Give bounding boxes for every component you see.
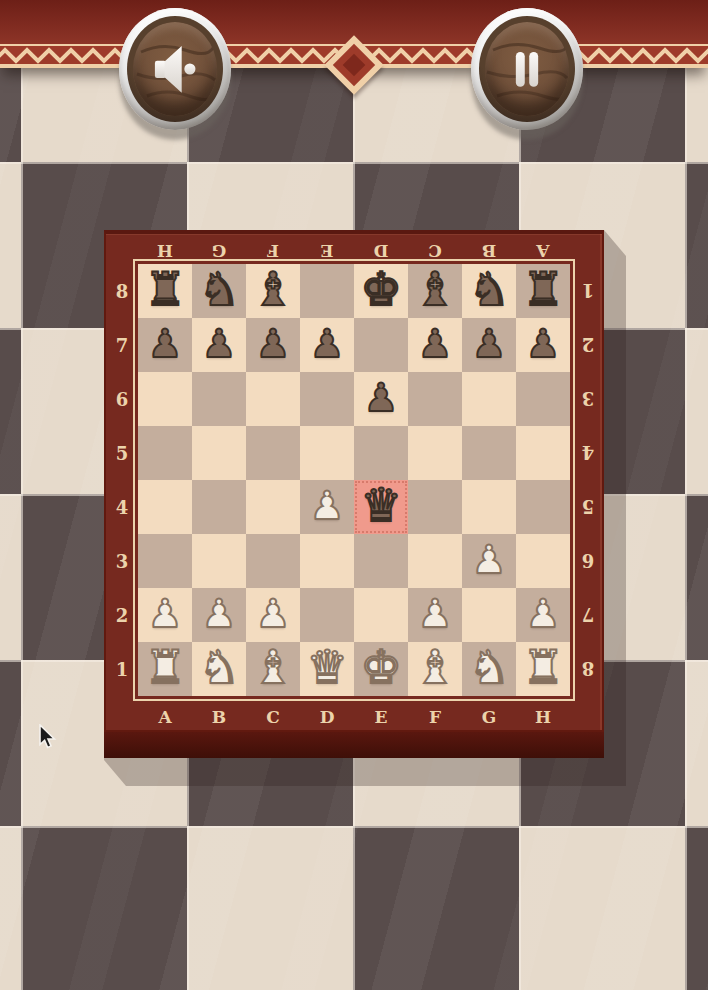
piece-white-pawn[interactable]: ♟ [256,594,291,633]
square-h7[interactable]: ♟ [516,318,570,372]
board-frame: HGFEDCBA 87654321 ♜♞♝♚♝♞♜♟♟♟♟♟♟♟♟♟♛♟♟♟♟♟… [104,230,604,732]
square-g1[interactable]: ♞ [462,642,516,696]
square-d1[interactable]: ♛ [300,642,354,696]
square-b5[interactable] [192,426,246,480]
square-c5[interactable] [246,426,300,480]
board-3d-edge [104,732,604,758]
piece-black-queen[interactable]: ♛ [360,482,401,528]
piece-white-pawn[interactable]: ♟ [526,594,561,633]
square-c4[interactable] [246,480,300,534]
game-screen: (function(){var p="M-6 15";for(var x=-6;… [0,0,708,990]
coord-label-8: 8 [574,642,602,696]
square-h3[interactable] [516,534,570,588]
piece-white-pawn[interactable]: ♟ [202,594,237,633]
coord-label-D: D [300,702,354,732]
rank-labels-right: 12345678 [574,264,602,696]
piece-black-pawn[interactable]: ♟ [148,324,183,363]
square-c3[interactable] [246,534,300,588]
square-g6[interactable] [462,372,516,426]
square-a5[interactable] [138,426,192,480]
piece-black-pawn[interactable]: ♟ [526,324,561,363]
square-a4[interactable] [138,480,192,534]
coord-label-E: E [300,236,354,266]
piece-white-bishop[interactable]: ♝ [414,644,455,690]
square-d8[interactable] [300,264,354,318]
square-a1[interactable]: ♜ [138,642,192,696]
square-d7[interactable]: ♟ [300,318,354,372]
piece-black-knight[interactable]: ♞ [468,266,509,312]
square-f5[interactable] [408,426,462,480]
coord-label-E: E [354,702,408,732]
square-d5[interactable] [300,426,354,480]
square-c1[interactable]: ♝ [246,642,300,696]
square-h8[interactable]: ♜ [516,264,570,318]
coord-label-2: 2 [106,588,138,642]
square-a6[interactable] [138,372,192,426]
piece-white-queen[interactable]: ♛ [306,644,347,690]
square-e5[interactable] [354,426,408,480]
square-g2[interactable] [462,588,516,642]
coord-label-1: 1 [574,264,602,318]
square-b2[interactable]: ♟ [192,588,246,642]
coord-label-3: 3 [106,534,138,588]
coord-label-3: 3 [574,372,602,426]
square-e2[interactable] [354,588,408,642]
sound-button[interactable] [119,8,231,130]
square-a8[interactable]: ♜ [138,264,192,318]
square-g3[interactable]: ♟ [462,534,516,588]
pause-icon [485,22,569,116]
square-c8[interactable]: ♝ [246,264,300,318]
piece-white-rook[interactable]: ♜ [144,644,185,690]
square-e4[interactable]: ♛ [354,480,408,534]
piece-white-knight[interactable]: ♞ [198,644,239,690]
square-h4[interactable] [516,480,570,534]
coord-label-7: 7 [574,588,602,642]
square-c7[interactable]: ♟ [246,318,300,372]
coord-label-C: C [246,702,300,732]
piece-black-pawn[interactable]: ♟ [472,324,507,363]
square-b4[interactable] [192,480,246,534]
square-h6[interactable] [516,372,570,426]
piece-black-knight[interactable]: ♞ [198,266,239,312]
square-h5[interactable] [516,426,570,480]
speaker-icon [133,22,217,116]
square-f2[interactable]: ♟ [408,588,462,642]
piece-white-king[interactable]: ♚ [360,644,401,690]
piece-white-pawn[interactable]: ♟ [418,594,453,633]
square-f8[interactable]: ♝ [408,264,462,318]
piece-white-pawn[interactable]: ♟ [148,594,183,633]
coord-label-G: G [462,702,516,732]
piece-white-knight[interactable]: ♞ [468,644,509,690]
coord-label-2: 2 [574,318,602,372]
square-e6[interactable]: ♟ [354,372,408,426]
coord-label-F: F [408,702,462,732]
piece-white-pawn[interactable]: ♟ [472,540,507,579]
square-b3[interactable] [192,534,246,588]
piece-black-pawn[interactable]: ♟ [256,324,291,363]
coord-label-A: A [138,702,192,732]
mouse-cursor [36,724,58,754]
square-e1[interactable]: ♚ [354,642,408,696]
rank-labels-left: 87654321 [106,264,138,696]
coord-label-B: B [192,702,246,732]
square-a3[interactable] [138,534,192,588]
square-c2[interactable]: ♟ [246,588,300,642]
coord-label-4: 4 [574,426,602,480]
square-a2[interactable]: ♟ [138,588,192,642]
piece-black-pawn[interactable]: ♟ [310,324,345,363]
piece-white-pawn[interactable]: ♟ [310,486,345,525]
square-f3[interactable] [408,534,462,588]
piece-white-rook[interactable]: ♜ [522,644,563,690]
coord-label-4: 4 [106,480,138,534]
piece-black-pawn[interactable]: ♟ [418,324,453,363]
square-d2[interactable] [300,588,354,642]
square-f1[interactable]: ♝ [408,642,462,696]
coord-label-H: H [516,702,570,732]
square-e3[interactable] [354,534,408,588]
square-a7[interactable]: ♟ [138,318,192,372]
piece-black-king[interactable]: ♚ [360,266,401,312]
coord-label-5: 5 [574,480,602,534]
square-d4[interactable]: ♟ [300,480,354,534]
square-f4[interactable] [408,480,462,534]
pause-button[interactable] [471,8,583,130]
square-g8[interactable]: ♞ [462,264,516,318]
square-e7[interactable] [354,318,408,372]
square-f6[interactable] [408,372,462,426]
square-g4[interactable] [462,480,516,534]
square-g7[interactable]: ♟ [462,318,516,372]
square-b8[interactable]: ♞ [192,264,246,318]
square-b6[interactable] [192,372,246,426]
piece-black-pawn[interactable]: ♟ [364,378,399,417]
square-f7[interactable]: ♟ [408,318,462,372]
square-d3[interactable] [300,534,354,588]
square-e8[interactable]: ♚ [354,264,408,318]
piece-black-bishop[interactable]: ♝ [414,266,455,312]
piece-black-rook[interactable]: ♜ [522,266,563,312]
coord-label-8: 8 [106,264,138,318]
square-g5[interactable] [462,426,516,480]
square-h1[interactable]: ♜ [516,642,570,696]
chess-board: HGFEDCBA 87654321 ♜♞♝♚♝♞♜♟♟♟♟♟♟♟♟♟♛♟♟♟♟♟… [104,230,604,758]
coord-label-7: 7 [106,318,138,372]
square-h2[interactable]: ♟ [516,588,570,642]
piece-black-rook[interactable]: ♜ [144,266,185,312]
piece-white-bishop[interactable]: ♝ [252,644,293,690]
square-b1[interactable]: ♞ [192,642,246,696]
piece-black-pawn[interactable]: ♟ [202,324,237,363]
board-squares: ♜♞♝♚♝♞♜♟♟♟♟♟♟♟♟♟♛♟♟♟♟♟♟♜♞♝♛♚♝♞♜ [138,264,570,696]
square-b7[interactable]: ♟ [192,318,246,372]
coord-label-6: 6 [106,372,138,426]
square-c6[interactable] [246,372,300,426]
coord-label-6: 6 [574,534,602,588]
coord-label-5: 5 [106,426,138,480]
coord-label-1: 1 [106,642,138,696]
square-d6[interactable] [300,372,354,426]
piece-black-bishop[interactable]: ♝ [252,266,293,312]
file-labels-bottom: ABCDEFGH [138,702,570,732]
